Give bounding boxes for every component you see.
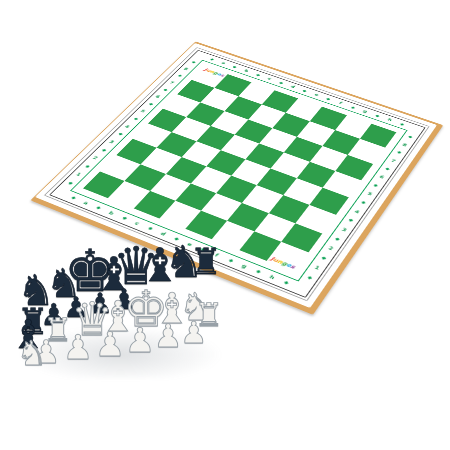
white-pawn[interactable]: ♟	[63, 330, 93, 364]
white-pawn[interactable]: ♟	[181, 318, 208, 348]
white-pawn[interactable]: ♟	[154, 320, 183, 352]
white-pawn[interactable]: ♟	[95, 327, 125, 361]
white-pawn[interactable]: ♟	[125, 323, 155, 357]
white-knight[interactable]: ♞	[17, 336, 47, 370]
black-rook[interactable]: ♜	[190, 244, 222, 280]
product-photo: aa88bb77cc66dd55ee44ff33gg22hh11 JungesJ…	[0, 0, 450, 450]
pieces-layer: ♞♞♚♝♛♝♞♜♜♟♝♟♟♟♜♛♝♚♝♞♜♟♟♟♟♟♟♞	[0, 0, 450, 450]
